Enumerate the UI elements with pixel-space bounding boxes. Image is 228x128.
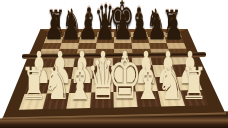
square-c3: [71, 66, 93, 79]
square-b3: [50, 67, 73, 80]
square-h3: [172, 64, 197, 77]
square-c2: [69, 79, 92, 93]
chess-board-near-half: [2, 53, 226, 119]
square-d2: [91, 78, 113, 92]
square-d3: [92, 66, 113, 79]
square-e3: [113, 66, 134, 79]
chess-set-photo: ♜♞♝♛♚♝♞♜♟♟♟♟♟♟♟♟♟♟♟♟♟♟♟♟♜♞♝♛♚♝♞♜: [0, 0, 228, 128]
square-d1: [90, 92, 114, 108]
chess-board-far-half: [29, 29, 199, 55]
square-e1: [113, 91, 137, 107]
square-f1: [136, 91, 162, 107]
square-b1: [43, 93, 69, 109]
square-c1: [66, 92, 91, 108]
square-h2: [176, 76, 203, 90]
square-f2: [134, 77, 158, 91]
square-h1: [180, 90, 209, 106]
square-f3: [133, 65, 155, 78]
square-b2: [47, 79, 72, 93]
square-e2: [113, 78, 136, 92]
